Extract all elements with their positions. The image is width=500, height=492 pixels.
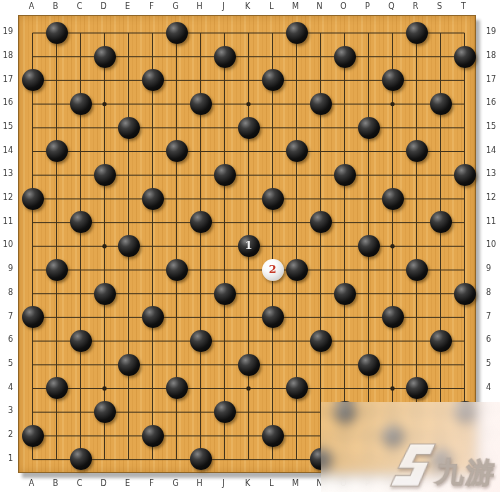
column-label: J bbox=[212, 0, 236, 13]
black-stone bbox=[310, 330, 332, 352]
black-stone bbox=[214, 164, 236, 186]
column-label: C bbox=[68, 477, 92, 490]
column-label: F bbox=[140, 0, 164, 13]
row-label: 5 bbox=[479, 352, 499, 376]
black-stone bbox=[166, 377, 188, 399]
column-label: E bbox=[116, 0, 140, 13]
column-label: M bbox=[284, 0, 308, 13]
column-label: O bbox=[332, 0, 356, 13]
row-label: 4 bbox=[479, 376, 499, 400]
black-stone bbox=[22, 188, 44, 210]
black-stone bbox=[262, 425, 284, 447]
jiuyou-logo: 九游 bbox=[389, 441, 499, 489]
white-stone: 2 bbox=[262, 259, 284, 281]
black-stone bbox=[286, 377, 308, 399]
black-stone bbox=[142, 425, 164, 447]
black-stone bbox=[358, 117, 380, 139]
column-label: H bbox=[188, 477, 212, 490]
row-label: 19 bbox=[479, 20, 499, 44]
row-label: 12 bbox=[479, 186, 499, 210]
black-stone bbox=[166, 259, 188, 281]
column-label: T bbox=[452, 0, 476, 13]
jiuyou-logo-icon bbox=[389, 441, 436, 489]
column-label: A bbox=[20, 477, 44, 490]
black-stone bbox=[70, 211, 92, 233]
black-stone bbox=[214, 401, 236, 423]
column-label: C bbox=[68, 0, 92, 13]
column-label: B bbox=[44, 0, 68, 13]
column-label: H bbox=[188, 0, 212, 13]
go-diagram-screenshot: ABCDEFGHJKLMNOPQRST ABCDEFGHJKLMNOPQRST … bbox=[0, 0, 500, 492]
black-stone bbox=[406, 22, 428, 44]
column-label: E bbox=[116, 477, 140, 490]
black-stone bbox=[334, 283, 356, 305]
column-label: K bbox=[236, 477, 260, 490]
black-stone bbox=[406, 259, 428, 281]
column-label: N bbox=[308, 0, 332, 13]
black-stone bbox=[238, 117, 260, 139]
black-stone bbox=[406, 140, 428, 162]
column-label: L bbox=[260, 0, 284, 13]
row-label: 18 bbox=[479, 44, 499, 68]
column-label: D bbox=[92, 477, 116, 490]
move-number-label: 2 bbox=[269, 264, 277, 276]
column-label: M bbox=[284, 477, 308, 490]
left-coordinates: 19181716151413121110987654321 bbox=[0, 20, 15, 470]
black-stone bbox=[310, 93, 332, 115]
row-label: 5 bbox=[0, 352, 15, 376]
black-stone bbox=[190, 330, 212, 352]
black-stone bbox=[286, 140, 308, 162]
row-label: 17 bbox=[479, 68, 499, 92]
column-label: G bbox=[164, 477, 188, 490]
black-stone bbox=[46, 140, 68, 162]
row-label: 12 bbox=[0, 186, 15, 210]
black-stone bbox=[94, 164, 116, 186]
row-label: 11 bbox=[479, 210, 499, 234]
row-label: 15 bbox=[479, 115, 499, 139]
black-stone bbox=[214, 46, 236, 68]
black-stone bbox=[430, 211, 452, 233]
black-stone bbox=[262, 188, 284, 210]
row-label: 10 bbox=[479, 233, 499, 257]
black-stone bbox=[286, 259, 308, 281]
black-stone bbox=[262, 69, 284, 91]
black-stone bbox=[454, 164, 476, 186]
row-label: 13 bbox=[0, 162, 15, 186]
column-label: A bbox=[20, 0, 44, 13]
black-stone bbox=[70, 93, 92, 115]
row-label: 2 bbox=[0, 423, 15, 447]
black-stone bbox=[262, 306, 284, 328]
black-stone bbox=[334, 164, 356, 186]
black-stone bbox=[118, 235, 140, 257]
column-label: L bbox=[260, 477, 284, 490]
black-stone bbox=[358, 354, 380, 376]
row-label: 7 bbox=[479, 305, 499, 329]
black-stone bbox=[46, 377, 68, 399]
black-stone bbox=[190, 93, 212, 115]
black-stone bbox=[334, 46, 356, 68]
black-stone bbox=[70, 330, 92, 352]
black-stone bbox=[166, 140, 188, 162]
row-label: 1 bbox=[0, 447, 15, 471]
jiuyou-watermark: 九游 bbox=[321, 402, 500, 492]
black-stone bbox=[238, 354, 260, 376]
black-stone bbox=[22, 425, 44, 447]
black-stone bbox=[214, 283, 236, 305]
black-stone bbox=[94, 283, 116, 305]
row-label: 4 bbox=[0, 376, 15, 400]
row-label: 14 bbox=[0, 139, 15, 163]
black-stone bbox=[430, 330, 452, 352]
black-stone bbox=[454, 283, 476, 305]
column-label: G bbox=[164, 0, 188, 13]
black-stone bbox=[358, 235, 380, 257]
black-stone bbox=[94, 46, 116, 68]
row-label: 10 bbox=[0, 233, 15, 257]
row-label: 18 bbox=[0, 44, 15, 68]
row-label: 15 bbox=[0, 115, 15, 139]
column-label: K bbox=[236, 0, 260, 13]
black-stone bbox=[142, 188, 164, 210]
column-label: D bbox=[92, 0, 116, 13]
black-stone bbox=[190, 448, 212, 470]
black-stone bbox=[406, 377, 428, 399]
row-label: 17 bbox=[0, 68, 15, 92]
jiuyou-logo-text: 九游 bbox=[434, 459, 497, 489]
row-label: 13 bbox=[479, 162, 499, 186]
column-label: F bbox=[140, 477, 164, 490]
black-stone bbox=[118, 117, 140, 139]
black-stone bbox=[166, 22, 188, 44]
row-label: 9 bbox=[0, 257, 15, 281]
black-stone bbox=[382, 188, 404, 210]
row-label: 6 bbox=[479, 328, 499, 352]
black-stone bbox=[46, 22, 68, 44]
row-label: 19 bbox=[0, 20, 15, 44]
black-stone bbox=[142, 69, 164, 91]
row-label: 16 bbox=[479, 91, 499, 115]
column-label: P bbox=[356, 0, 380, 13]
black-stone bbox=[382, 306, 404, 328]
black-stone bbox=[118, 354, 140, 376]
column-label: B bbox=[44, 477, 68, 490]
column-label: S bbox=[428, 0, 452, 13]
move-number-label: 1 bbox=[245, 240, 253, 252]
row-label: 16 bbox=[0, 91, 15, 115]
column-label: Q bbox=[380, 0, 404, 13]
row-label: 9 bbox=[479, 257, 499, 281]
row-label: 7 bbox=[0, 305, 15, 329]
black-stone bbox=[94, 401, 116, 423]
black-stone bbox=[430, 93, 452, 115]
black-stone bbox=[142, 306, 164, 328]
black-stone bbox=[46, 259, 68, 281]
black-stone bbox=[22, 306, 44, 328]
black-stone bbox=[22, 69, 44, 91]
black-stone bbox=[286, 22, 308, 44]
row-label: 8 bbox=[0, 281, 15, 305]
column-label: J bbox=[212, 477, 236, 490]
black-stone bbox=[70, 448, 92, 470]
black-stone bbox=[382, 69, 404, 91]
row-label: 14 bbox=[479, 139, 499, 163]
column-label: R bbox=[404, 0, 428, 13]
black-stone bbox=[190, 211, 212, 233]
row-label: 3 bbox=[0, 399, 15, 423]
top-coordinates: ABCDEFGHJKLMNOPQRST bbox=[20, 0, 476, 13]
row-label: 6 bbox=[0, 328, 15, 352]
row-label: 11 bbox=[0, 210, 15, 234]
row-label: 8 bbox=[479, 281, 499, 305]
black-stone: 1 bbox=[238, 235, 260, 257]
black-stone bbox=[310, 211, 332, 233]
black-stone bbox=[454, 46, 476, 68]
